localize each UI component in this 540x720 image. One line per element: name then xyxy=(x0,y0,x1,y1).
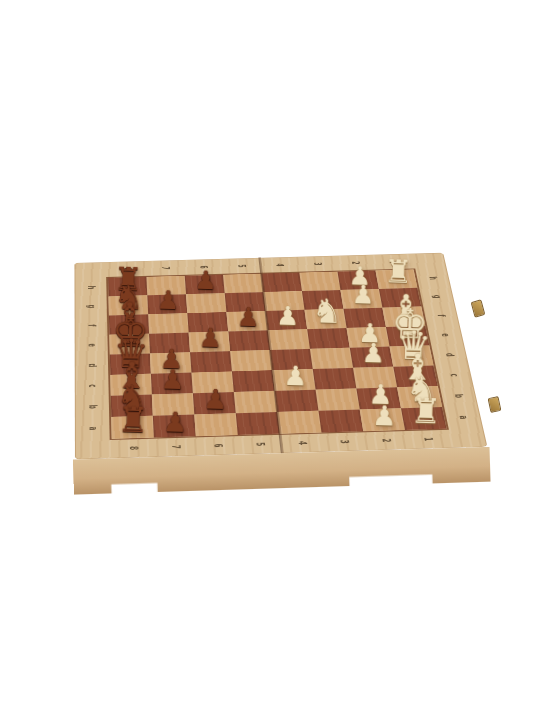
square-d5[interactable] xyxy=(230,350,272,371)
white-pawn-a2[interactable]: ♟ xyxy=(372,402,397,430)
file-label-right-e: e xyxy=(439,333,451,337)
rank-label-far-2: 2 xyxy=(350,261,361,264)
white-pawn-g2[interactable]: ♟ xyxy=(351,282,374,308)
square-a7[interactable]: ♟ xyxy=(153,415,196,438)
square-c4[interactable]: ♟ xyxy=(272,369,315,391)
square-g6[interactable] xyxy=(186,293,226,313)
file-label-right-b: b xyxy=(452,394,464,398)
square-d3[interactable] xyxy=(310,348,353,369)
white-pawn-c4[interactable]: ♟ xyxy=(283,362,308,389)
rank-label-near-6: 6 xyxy=(212,443,224,447)
white-pawn-f4[interactable]: ♟ xyxy=(276,303,300,329)
square-e3[interactable] xyxy=(307,328,350,349)
rank-label-near-4: 4 xyxy=(296,441,308,445)
square-c3[interactable] xyxy=(313,368,357,390)
rank-label-near-7: 7 xyxy=(169,445,181,449)
file-label-left-e: e xyxy=(86,343,97,347)
file-label-left-b: b xyxy=(87,405,98,409)
white-pawn-d2[interactable]: ♟ xyxy=(361,340,385,367)
black-pawn-g7[interactable]: ♟ xyxy=(156,287,180,313)
file-label-left-a: a xyxy=(87,426,99,430)
file-label-left-h: h xyxy=(86,286,97,290)
square-e6[interactable]: ♟ xyxy=(189,331,230,352)
file-label-right-f: f xyxy=(435,314,446,316)
square-h5[interactable] xyxy=(223,274,263,294)
square-a6[interactable] xyxy=(194,413,237,436)
square-a1[interactable]: ♜ xyxy=(401,407,447,430)
square-d6[interactable] xyxy=(190,351,232,372)
file-label-right-a: a xyxy=(457,415,469,419)
rank-label-near-8: 8 xyxy=(127,446,139,450)
square-h1[interactable]: ♜ xyxy=(376,269,418,288)
square-a3[interactable] xyxy=(318,410,363,433)
rank-label-far-1: 1 xyxy=(387,260,398,263)
square-h6[interactable]: ♟ xyxy=(185,275,225,295)
square-c7[interactable]: ♟ xyxy=(151,373,193,395)
rank-label-far-6: 6 xyxy=(198,265,209,268)
square-a2[interactable]: ♟ xyxy=(360,408,405,431)
rank-label-near-3: 3 xyxy=(338,440,350,444)
rank-label-far-4: 4 xyxy=(274,263,285,266)
white-rook-a1[interactable]: ♜ xyxy=(410,393,442,428)
file-label-left-g: g xyxy=(86,304,97,308)
square-b4[interactable] xyxy=(275,390,319,412)
rank-label-far-3: 3 xyxy=(312,262,323,265)
file-label-right-g: g xyxy=(431,295,442,299)
square-b6[interactable]: ♟ xyxy=(193,392,236,414)
rank-label-far-8: 8 xyxy=(122,267,133,270)
product-photo-scene: ♜♟♟♜♞♟♟♝♟♟♞♝♚♟♟♚♛♟♟♛♝♟♟♝♞♟♟♞♜♟♟♜ 8877665… xyxy=(0,0,540,720)
file-label-right-c: c xyxy=(448,374,460,377)
square-f4[interactable]: ♟ xyxy=(265,310,307,330)
square-a5[interactable] xyxy=(236,412,280,435)
square-f3[interactable]: ♞ xyxy=(305,309,347,329)
black-rook-a8[interactable]: ♜ xyxy=(117,402,149,438)
square-h4[interactable] xyxy=(261,273,302,293)
black-pawn-c7[interactable]: ♟ xyxy=(160,366,185,393)
square-f5[interactable]: ♟ xyxy=(226,311,267,331)
square-h3[interactable] xyxy=(299,272,340,291)
square-g2[interactable]: ♟ xyxy=(340,289,382,309)
square-a4[interactable] xyxy=(277,411,321,434)
black-pawn-e6[interactable]: ♟ xyxy=(198,324,222,351)
square-g7[interactable]: ♟ xyxy=(147,294,187,314)
brass-clasp xyxy=(488,396,502,413)
file-label-right-d: d xyxy=(443,353,455,357)
folding-chessboard: ♜♟♟♜♞♟♟♝♟♟♞♝♚♟♟♚♛♟♟♛♝♟♟♝♞♟♟♞♜♟♟♜ 8877665… xyxy=(74,253,487,460)
file-label-left-c: c xyxy=(87,384,98,387)
brass-clasp xyxy=(471,299,486,317)
black-pawn-b6[interactable]: ♟ xyxy=(203,386,228,414)
box-front-face xyxy=(73,447,491,495)
file-label-right-h: h xyxy=(427,276,438,280)
black-pawn-h6[interactable]: ♟ xyxy=(194,267,217,293)
rank-label-near-1: 1 xyxy=(422,437,434,441)
square-f7[interactable] xyxy=(148,313,188,333)
rank-label-near-5: 5 xyxy=(254,442,266,446)
square-d2[interactable]: ♟ xyxy=(350,347,394,368)
file-label-left-f: f xyxy=(86,324,97,326)
rank-label-far-5: 5 xyxy=(236,264,247,267)
white-knight-f3[interactable]: ♞ xyxy=(312,294,343,328)
square-b3[interactable] xyxy=(316,388,360,410)
board-frame: ♜♟♟♜♞♟♟♝♟♟♞♝♚♟♟♚♛♟♟♛♝♟♟♝♞♟♟♞♜♟♟♜ 8877665… xyxy=(74,253,487,460)
square-e4[interactable] xyxy=(268,329,310,350)
black-pawn-a7[interactable]: ♟ xyxy=(163,408,188,436)
rank-label-near-2: 2 xyxy=(380,438,392,442)
square-c5[interactable] xyxy=(232,370,275,392)
square-b5[interactable] xyxy=(234,391,277,413)
square-a8[interactable]: ♜ xyxy=(111,416,154,439)
file-label-left-d: d xyxy=(86,363,97,367)
square-e5[interactable] xyxy=(228,330,270,351)
rank-label-far-7: 7 xyxy=(160,266,171,269)
black-pawn-f5[interactable]: ♟ xyxy=(236,304,260,330)
